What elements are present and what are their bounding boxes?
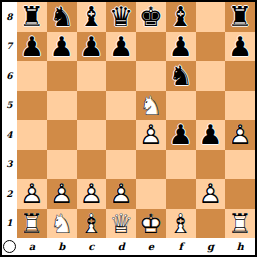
square-b2[interactable]: ♟♙	[47, 179, 77, 209]
piece-white-queen[interactable]: ♛♕	[106, 209, 136, 239]
black-pawn-icon: ♟	[225, 32, 255, 62]
square-e3[interactable]	[136, 150, 166, 180]
square-h1[interactable]: ♜♖	[225, 209, 255, 239]
chess-board: ♜♞♝♛♚♝♜♟♟♟♟♟♟♞♞♘♟♙♟♟♟♙♟♙♟♙♟♙♟♙♟♙♜♖♞♘♝♗♛♕…	[17, 2, 255, 238]
square-a4[interactable]	[17, 120, 47, 150]
file-label-h: h	[225, 238, 255, 255]
file-label-f: f	[166, 238, 196, 255]
square-d1[interactable]: ♛♕	[106, 209, 136, 239]
rank-labels: 87654321	[2, 2, 17, 238]
file-labels: abcdefgh	[17, 238, 255, 255]
white-rook-outline-icon: ♖	[17, 209, 47, 239]
piece-black-pawn[interactable]: ♟	[77, 32, 107, 62]
piece-black-bishop[interactable]: ♝	[77, 2, 107, 32]
piece-white-knight[interactable]: ♞♘	[47, 209, 77, 239]
square-e6[interactable]	[136, 61, 166, 91]
white-pawn-outline-icon: ♙	[136, 120, 166, 150]
white-pawn-outline-icon: ♙	[225, 120, 255, 150]
rank-label-4: 4	[2, 120, 17, 150]
black-rook-icon: ♜	[225, 2, 255, 32]
piece-black-pawn[interactable]: ♟	[106, 32, 136, 62]
piece-black-queen[interactable]: ♛	[106, 2, 136, 32]
square-g3[interactable]	[196, 150, 226, 180]
square-e5[interactable]: ♞♘	[136, 91, 166, 121]
piece-white-king[interactable]: ♚♔	[136, 209, 166, 239]
piece-white-bishop[interactable]: ♝♗	[166, 209, 196, 239]
square-f4[interactable]: ♟	[166, 120, 196, 150]
white-bishop-outline-icon: ♗	[77, 209, 107, 239]
rank-label-2: 2	[2, 179, 17, 209]
square-d2[interactable]: ♟♙	[106, 179, 136, 209]
black-bishop-icon: ♝	[77, 2, 107, 32]
piece-black-pawn[interactable]: ♟	[47, 32, 77, 62]
square-e2[interactable]	[136, 179, 166, 209]
black-pawn-icon: ♟	[106, 32, 136, 62]
square-f8[interactable]: ♝	[166, 2, 196, 32]
square-b3[interactable]	[47, 150, 77, 180]
square-a3[interactable]	[17, 150, 47, 180]
square-f2[interactable]	[166, 179, 196, 209]
square-g1[interactable]	[196, 209, 226, 239]
square-d4[interactable]	[106, 120, 136, 150]
white-king-outline-icon: ♔	[136, 209, 166, 239]
square-f3[interactable]	[166, 150, 196, 180]
black-pawn-icon: ♟	[166, 32, 196, 62]
rank-label-7: 7	[2, 32, 17, 62]
square-g6[interactable]	[196, 61, 226, 91]
file-label-d: d	[106, 238, 136, 255]
square-e8[interactable]: ♚	[136, 2, 166, 32]
piece-black-king[interactable]: ♚	[136, 2, 166, 32]
white-pawn-outline-icon: ♙	[196, 179, 226, 209]
piece-black-knight[interactable]: ♞	[166, 61, 196, 91]
square-g4[interactable]: ♟	[196, 120, 226, 150]
file-label-b: b	[47, 238, 77, 255]
black-pawn-icon: ♟	[47, 32, 77, 62]
rank-label-5: 5	[2, 91, 17, 121]
black-pawn-icon: ♟	[196, 120, 226, 150]
square-f1[interactable]: ♝♗	[166, 209, 196, 239]
square-b4[interactable]	[47, 120, 77, 150]
square-d5[interactable]	[106, 91, 136, 121]
white-pawn-outline-icon: ♙	[77, 179, 107, 209]
square-a1[interactable]: ♜♖	[17, 209, 47, 239]
white-queen-outline-icon: ♕	[106, 209, 136, 239]
piece-black-pawn[interactable]: ♟	[166, 32, 196, 62]
white-knight-outline-icon: ♘	[47, 209, 77, 239]
black-bishop-icon: ♝	[166, 2, 196, 32]
square-b7[interactable]: ♟	[47, 32, 77, 62]
square-f5[interactable]	[166, 91, 196, 121]
piece-white-pawn[interactable]: ♟♙	[47, 179, 77, 209]
square-h4[interactable]: ♟♙	[225, 120, 255, 150]
piece-white-pawn[interactable]: ♟♙	[77, 179, 107, 209]
square-h7[interactable]: ♟	[225, 32, 255, 62]
piece-white-rook[interactable]: ♜♖	[225, 209, 255, 239]
square-a6[interactable]	[17, 61, 47, 91]
file-label-g: g	[196, 238, 226, 255]
rank-label-6: 6	[2, 61, 17, 91]
file-label-c: c	[77, 238, 107, 255]
square-h3[interactable]	[225, 150, 255, 180]
square-h6[interactable]	[225, 61, 255, 91]
square-b6[interactable]	[47, 61, 77, 91]
piece-black-knight[interactable]: ♞	[47, 2, 77, 32]
piece-black-pawn[interactable]: ♟	[225, 32, 255, 62]
piece-black-pawn[interactable]: ♟	[166, 120, 196, 150]
square-a2[interactable]: ♟♙	[17, 179, 47, 209]
black-king-icon: ♚	[136, 2, 166, 32]
black-knight-icon: ♞	[47, 2, 77, 32]
square-c7[interactable]: ♟	[77, 32, 107, 62]
piece-black-pawn[interactable]: ♟	[196, 120, 226, 150]
white-to-move-indicator-icon	[3, 240, 16, 253]
piece-white-pawn[interactable]: ♟♙	[136, 120, 166, 150]
square-a8[interactable]: ♜	[17, 2, 47, 32]
square-c2[interactable]: ♟♙	[77, 179, 107, 209]
chess-diagram: 87654321 ♜♞♝♛♚♝♜♟♟♟♟♟♟♞♞♘♟♙♟♟♟♙♟♙♟♙♟♙♟♙♟…	[0, 0, 257, 257]
square-c1[interactable]: ♝♗	[77, 209, 107, 239]
rank-label-3: 3	[2, 150, 17, 180]
black-knight-icon: ♞	[166, 61, 196, 91]
square-f7[interactable]: ♟	[166, 32, 196, 62]
piece-white-knight[interactable]: ♞♘	[136, 91, 166, 121]
square-a5[interactable]	[17, 91, 47, 121]
rank-label-1: 1	[2, 209, 17, 239]
square-d7[interactable]: ♟	[106, 32, 136, 62]
white-rook-outline-icon: ♖	[225, 209, 255, 239]
square-c6[interactable]	[77, 61, 107, 91]
black-pawn-icon: ♟	[77, 32, 107, 62]
file-label-e: e	[136, 238, 166, 255]
square-d3[interactable]	[106, 150, 136, 180]
square-e7[interactable]	[136, 32, 166, 62]
square-f6[interactable]: ♞	[166, 61, 196, 91]
square-g7[interactable]	[196, 32, 226, 62]
piece-white-pawn[interactable]: ♟♙	[17, 179, 47, 209]
square-b5[interactable]	[47, 91, 77, 121]
square-d6[interactable]	[106, 61, 136, 91]
piece-black-rook[interactable]: ♜	[225, 2, 255, 32]
piece-white-pawn[interactable]: ♟♙	[196, 179, 226, 209]
black-queen-icon: ♛	[106, 2, 136, 32]
piece-white-pawn[interactable]: ♟♙	[225, 120, 255, 150]
turn-indicator-corner	[2, 238, 17, 255]
square-e4[interactable]: ♟♙	[136, 120, 166, 150]
file-label-a: a	[17, 238, 47, 255]
square-c3[interactable]	[77, 150, 107, 180]
black-pawn-icon: ♟	[166, 120, 196, 150]
white-pawn-outline-icon: ♙	[17, 179, 47, 209]
rank-label-8: 8	[2, 2, 17, 32]
black-pawn-icon: ♟	[17, 32, 47, 62]
piece-white-bishop[interactable]: ♝♗	[77, 209, 107, 239]
black-rook-icon: ♜	[17, 2, 47, 32]
piece-white-pawn[interactable]: ♟♙	[106, 179, 136, 209]
square-g5[interactable]	[196, 91, 226, 121]
piece-white-rook[interactable]: ♜♖	[17, 209, 47, 239]
square-c5[interactable]	[77, 91, 107, 121]
square-g8[interactable]	[196, 2, 226, 32]
square-g2[interactable]: ♟♙	[196, 179, 226, 209]
square-d8[interactable]: ♛	[106, 2, 136, 32]
square-h5[interactable]	[225, 91, 255, 121]
square-e1[interactable]: ♚♔	[136, 209, 166, 239]
piece-black-bishop[interactable]: ♝	[166, 2, 196, 32]
white-knight-outline-icon: ♘	[136, 91, 166, 121]
piece-black-pawn[interactable]: ♟	[17, 32, 47, 62]
square-c8[interactable]: ♝	[77, 2, 107, 32]
piece-black-rook[interactable]: ♜	[17, 2, 47, 32]
square-h2[interactable]	[225, 179, 255, 209]
white-pawn-outline-icon: ♙	[47, 179, 77, 209]
square-h8[interactable]: ♜	[225, 2, 255, 32]
white-bishop-outline-icon: ♗	[166, 209, 196, 239]
square-b8[interactable]: ♞	[47, 2, 77, 32]
square-b1[interactable]: ♞♘	[47, 209, 77, 239]
square-a7[interactable]: ♟	[17, 32, 47, 62]
square-c4[interactable]	[77, 120, 107, 150]
white-pawn-outline-icon: ♙	[106, 179, 136, 209]
